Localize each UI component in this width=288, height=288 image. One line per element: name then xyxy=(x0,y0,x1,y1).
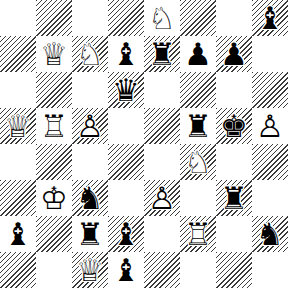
square-d2[interactable]: ♝♝ xyxy=(108,216,144,252)
black-bishop[interactable]: ♝♝ xyxy=(108,216,144,252)
square-c3[interactable]: ♞♞ xyxy=(72,180,108,216)
black-rook-glyph: ♜ xyxy=(216,180,252,216)
black-queen-glyph: ♛ xyxy=(108,72,144,108)
square-c2[interactable]: ♜♜ xyxy=(72,216,108,252)
white-rook[interactable]: ♜♖ xyxy=(36,108,72,144)
black-knight[interactable]: ♞♞ xyxy=(72,180,108,216)
black-rook[interactable]: ♜♜ xyxy=(216,180,252,216)
square-d3[interactable] xyxy=(108,180,144,216)
white-pawn[interactable]: ♟♙ xyxy=(72,108,108,144)
square-g8[interactable] xyxy=(216,0,252,36)
square-a5[interactable]: ♛♕ xyxy=(0,108,36,144)
square-b8[interactable] xyxy=(36,0,72,36)
square-a7[interactable] xyxy=(0,36,36,72)
square-f7[interactable]: ♟♟ xyxy=(180,36,216,72)
white-knight[interactable]: ♞♘ xyxy=(180,144,216,180)
square-c1[interactable]: ♛♕ xyxy=(72,252,108,288)
square-g4[interactable] xyxy=(216,144,252,180)
black-bishop-glyph: ♝ xyxy=(252,0,288,36)
square-c6[interactable] xyxy=(72,72,108,108)
white-queen[interactable]: ♛♕ xyxy=(72,252,108,288)
white-knight-glyph: ♘ xyxy=(180,144,216,180)
square-e5[interactable] xyxy=(144,108,180,144)
square-h3[interactable] xyxy=(252,180,288,216)
square-b4[interactable] xyxy=(36,144,72,180)
square-c5[interactable]: ♟♙ xyxy=(72,108,108,144)
black-rook-glyph: ♜ xyxy=(180,108,216,144)
square-b6[interactable] xyxy=(36,72,72,108)
white-pawn-glyph: ♙ xyxy=(252,108,288,144)
square-g2[interactable] xyxy=(216,216,252,252)
black-rook[interactable]: ♜♜ xyxy=(180,108,216,144)
square-d8[interactable] xyxy=(108,0,144,36)
square-d7[interactable]: ♝♝ xyxy=(108,36,144,72)
square-g6[interactable] xyxy=(216,72,252,108)
white-knight[interactable]: ♞♘ xyxy=(144,0,180,36)
square-e2[interactable] xyxy=(144,216,180,252)
white-rook-glyph: ♖ xyxy=(180,216,216,252)
square-g7[interactable]: ♟♟ xyxy=(216,36,252,72)
square-d1[interactable]: ♝♝ xyxy=(108,252,144,288)
square-a6[interactable] xyxy=(0,72,36,108)
black-rook-glyph: ♜ xyxy=(72,216,108,252)
square-h5[interactable]: ♟♙ xyxy=(252,108,288,144)
square-e6[interactable] xyxy=(144,72,180,108)
square-g1[interactable] xyxy=(216,252,252,288)
white-queen[interactable]: ♛♕ xyxy=(36,36,72,72)
white-pawn[interactable]: ♟♙ xyxy=(252,108,288,144)
square-e4[interactable] xyxy=(144,144,180,180)
white-queen[interactable]: ♛♕ xyxy=(0,108,36,144)
white-queen-glyph: ♕ xyxy=(0,108,36,144)
square-b5[interactable]: ♜♖ xyxy=(36,108,72,144)
black-pawn[interactable]: ♟♟ xyxy=(216,36,252,72)
white-queen-glyph: ♕ xyxy=(72,252,108,288)
square-a4[interactable] xyxy=(0,144,36,180)
square-g5[interactable]: ♚♚ xyxy=(216,108,252,144)
black-bishop[interactable]: ♝♝ xyxy=(108,36,144,72)
square-h1[interactable] xyxy=(252,252,288,288)
square-h7[interactable] xyxy=(252,36,288,72)
black-knight-glyph: ♞ xyxy=(252,216,288,252)
square-c8[interactable] xyxy=(72,0,108,36)
white-knight-glyph: ♘ xyxy=(72,36,108,72)
black-bishop-glyph: ♝ xyxy=(108,216,144,252)
black-rook[interactable]: ♜♜ xyxy=(72,216,108,252)
square-e3[interactable]: ♟♙ xyxy=(144,180,180,216)
white-pawn-glyph: ♙ xyxy=(72,108,108,144)
square-b1[interactable] xyxy=(36,252,72,288)
black-rook-glyph: ♜ xyxy=(144,36,180,72)
black-knight[interactable]: ♞♞ xyxy=(252,216,288,252)
black-king[interactable]: ♚♚ xyxy=(216,108,252,144)
square-c4[interactable] xyxy=(72,144,108,180)
square-f4[interactable]: ♞♘ xyxy=(180,144,216,180)
black-pawn-glyph: ♟ xyxy=(180,36,216,72)
white-queen-glyph: ♕ xyxy=(36,36,72,72)
black-rook[interactable]: ♜♜ xyxy=(144,36,180,72)
white-pawn[interactable]: ♟♙ xyxy=(144,180,180,216)
black-bishop[interactable]: ♝♝ xyxy=(252,0,288,36)
square-d6[interactable]: ♛♛ xyxy=(108,72,144,108)
black-queen[interactable]: ♛♛ xyxy=(108,72,144,108)
black-knight-glyph: ♞ xyxy=(72,180,108,216)
white-pawn-glyph: ♙ xyxy=(144,180,180,216)
white-rook[interactable]: ♜♖ xyxy=(180,216,216,252)
square-d5[interactable] xyxy=(108,108,144,144)
square-h6[interactable] xyxy=(252,72,288,108)
white-king[interactable]: ♚♔ xyxy=(36,180,72,216)
white-king-glyph: ♔ xyxy=(36,180,72,216)
square-f5[interactable]: ♜♜ xyxy=(180,108,216,144)
square-e7[interactable]: ♜♜ xyxy=(144,36,180,72)
square-h2[interactable]: ♞♞ xyxy=(252,216,288,252)
square-e1[interactable] xyxy=(144,252,180,288)
black-bishop-glyph: ♝ xyxy=(108,252,144,288)
square-a2[interactable]: ♝♝ xyxy=(0,216,36,252)
square-h8[interactable]: ♝♝ xyxy=(252,0,288,36)
square-d4[interactable] xyxy=(108,144,144,180)
square-a3[interactable] xyxy=(0,180,36,216)
square-b7[interactable]: ♛♕ xyxy=(36,36,72,72)
square-e8[interactable]: ♞♘ xyxy=(144,0,180,36)
black-king-glyph: ♚ xyxy=(216,108,252,144)
square-f1[interactable] xyxy=(180,252,216,288)
square-f8[interactable] xyxy=(180,0,216,36)
black-bishop[interactable]: ♝♝ xyxy=(108,252,144,288)
white-knight[interactable]: ♞♘ xyxy=(72,36,108,72)
square-g3[interactable]: ♜♜ xyxy=(216,180,252,216)
square-f3[interactable] xyxy=(180,180,216,216)
square-b3[interactable]: ♚♔ xyxy=(36,180,72,216)
square-b2[interactable] xyxy=(36,216,72,252)
square-c7[interactable]: ♞♘ xyxy=(72,36,108,72)
black-bishop[interactable]: ♝♝ xyxy=(0,216,36,252)
square-f6[interactable] xyxy=(180,72,216,108)
chess-board: ♞♘♝♝♛♕♞♘♝♝♜♜♟♟♟♟♛♛♛♕♜♖♟♙♜♜♚♚♟♙♞♘♚♔♞♞♟♙♜♜… xyxy=(0,0,288,288)
black-pawn[interactable]: ♟♟ xyxy=(180,36,216,72)
black-bishop-glyph: ♝ xyxy=(0,216,36,252)
black-pawn-glyph: ♟ xyxy=(216,36,252,72)
square-a1[interactable] xyxy=(0,252,36,288)
square-a8[interactable] xyxy=(0,0,36,36)
square-h4[interactable] xyxy=(252,144,288,180)
square-f2[interactable]: ♜♖ xyxy=(180,216,216,252)
white-knight-glyph: ♘ xyxy=(144,0,180,36)
black-bishop-glyph: ♝ xyxy=(108,36,144,72)
white-rook-glyph: ♖ xyxy=(36,108,72,144)
